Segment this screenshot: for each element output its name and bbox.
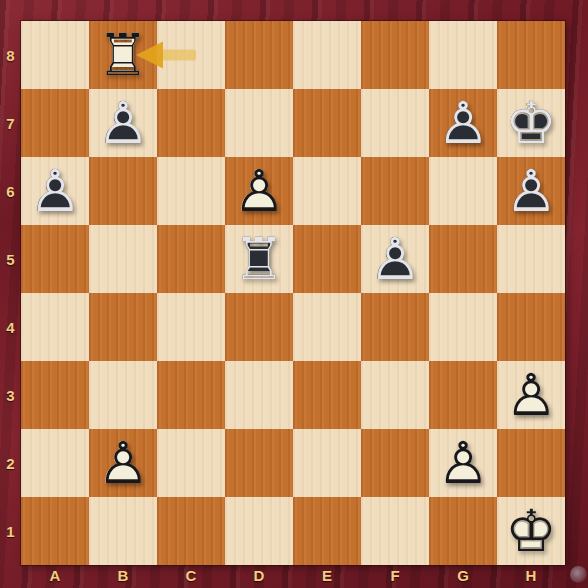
square-f3[interactable] xyxy=(361,361,429,429)
square-f4[interactable] xyxy=(361,293,429,361)
square-e7[interactable] xyxy=(293,89,361,157)
piece-black-rook[interactable]: ♜♖ xyxy=(225,225,293,293)
rank-label-4: 4 xyxy=(0,293,21,361)
white-pawn-glyph-outline: ♙ xyxy=(225,157,293,225)
square-a7[interactable] xyxy=(21,89,89,157)
square-g4[interactable] xyxy=(429,293,497,361)
rank-label-7: 7 xyxy=(0,89,21,157)
square-b8[interactable]: ♜♖ xyxy=(89,21,157,89)
square-d5[interactable]: ♜♖ xyxy=(225,225,293,293)
square-h3[interactable]: ♟♙ xyxy=(497,361,565,429)
piece-white-pawn[interactable]: ♟♙ xyxy=(225,157,293,225)
square-h5[interactable] xyxy=(497,225,565,293)
square-b3[interactable] xyxy=(89,361,157,429)
square-b7[interactable]: ♟♙ xyxy=(89,89,157,157)
square-e6[interactable] xyxy=(293,157,361,225)
square-f1[interactable] xyxy=(361,497,429,565)
square-c2[interactable] xyxy=(157,429,225,497)
rank-label-8: 8 xyxy=(0,21,21,89)
black-pawn-glyph-outline: ♙ xyxy=(429,89,497,157)
piece-black-pawn[interactable]: ♟♙ xyxy=(497,157,565,225)
piece-black-pawn[interactable]: ♟♙ xyxy=(429,89,497,157)
file-label-d: D xyxy=(225,563,293,588)
square-f8[interactable] xyxy=(361,21,429,89)
square-g7[interactable]: ♟♙ xyxy=(429,89,497,157)
square-c1[interactable] xyxy=(157,497,225,565)
file-label-g: G xyxy=(429,563,497,588)
rank-label-1: 1 xyxy=(0,497,21,565)
black-pawn-glyph-outline: ♙ xyxy=(21,157,89,225)
white-king-glyph-outline: ♔ xyxy=(497,497,565,565)
square-e8[interactable] xyxy=(293,21,361,89)
square-f2[interactable] xyxy=(361,429,429,497)
square-d3[interactable] xyxy=(225,361,293,429)
file-label-a: A xyxy=(21,563,89,588)
square-g8[interactable] xyxy=(429,21,497,89)
square-a1[interactable] xyxy=(21,497,89,565)
square-a3[interactable] xyxy=(21,361,89,429)
rank-label-3: 3 xyxy=(0,361,21,429)
square-c4[interactable] xyxy=(157,293,225,361)
square-d8[interactable] xyxy=(225,21,293,89)
square-b1[interactable] xyxy=(89,497,157,565)
rank-label-2: 2 xyxy=(0,429,21,497)
square-g1[interactable] xyxy=(429,497,497,565)
square-f6[interactable] xyxy=(361,157,429,225)
piece-black-king[interactable]: ♚♔ xyxy=(497,89,565,157)
file-label-f: F xyxy=(361,563,429,588)
square-c3[interactable] xyxy=(157,361,225,429)
square-a6[interactable]: ♟♙ xyxy=(21,157,89,225)
rank-label-5: 5 xyxy=(0,225,21,293)
black-pawn-glyph-outline: ♙ xyxy=(497,157,565,225)
piece-black-pawn[interactable]: ♟♙ xyxy=(89,89,157,157)
square-c5[interactable] xyxy=(157,225,225,293)
square-a4[interactable] xyxy=(21,293,89,361)
square-g5[interactable] xyxy=(429,225,497,293)
square-h2[interactable] xyxy=(497,429,565,497)
square-d6[interactable]: ♟♙ xyxy=(225,157,293,225)
square-a5[interactable] xyxy=(21,225,89,293)
square-h7[interactable]: ♚♔ xyxy=(497,89,565,157)
square-c7[interactable] xyxy=(157,89,225,157)
chess-board: ♜♖♟♙♟♙♚♔♟♙♟♙♟♙♜♖♟♙♟♙♟♙♟♙♚♔ xyxy=(21,21,565,565)
square-e3[interactable] xyxy=(293,361,361,429)
black-pawn-glyph-outline: ♙ xyxy=(89,89,157,157)
corner-dot xyxy=(570,566,587,583)
file-label-c: C xyxy=(157,563,225,588)
piece-white-rook[interactable]: ♜♖ xyxy=(89,21,157,89)
square-h1[interactable]: ♚♔ xyxy=(497,497,565,565)
file-label-b: B xyxy=(89,563,157,588)
white-rook-glyph-outline: ♖ xyxy=(89,21,157,89)
square-e2[interactable] xyxy=(293,429,361,497)
square-d2[interactable] xyxy=(225,429,293,497)
black-pawn-glyph-outline: ♙ xyxy=(361,225,429,293)
square-g6[interactable] xyxy=(429,157,497,225)
square-b5[interactable] xyxy=(89,225,157,293)
square-g3[interactable] xyxy=(429,361,497,429)
square-d1[interactable] xyxy=(225,497,293,565)
black-king-glyph-outline: ♔ xyxy=(497,89,565,157)
square-c6[interactable] xyxy=(157,157,225,225)
square-f5[interactable]: ♟♙ xyxy=(361,225,429,293)
square-h8[interactable] xyxy=(497,21,565,89)
square-a8[interactable] xyxy=(21,21,89,89)
file-label-h: H xyxy=(497,563,565,588)
piece-white-pawn[interactable]: ♟♙ xyxy=(497,361,565,429)
square-d7[interactable] xyxy=(225,89,293,157)
piece-white-pawn[interactable]: ♟♙ xyxy=(429,429,497,497)
square-d4[interactable] xyxy=(225,293,293,361)
square-b2[interactable]: ♟♙ xyxy=(89,429,157,497)
black-rook-glyph-outline: ♖ xyxy=(225,225,293,293)
square-b6[interactable] xyxy=(89,157,157,225)
square-e1[interactable] xyxy=(293,497,361,565)
file-label-e: E xyxy=(293,563,361,588)
square-e5[interactable] xyxy=(293,225,361,293)
piece-black-pawn[interactable]: ♟♙ xyxy=(361,225,429,293)
square-g2[interactable]: ♟♙ xyxy=(429,429,497,497)
square-e4[interactable] xyxy=(293,293,361,361)
piece-white-king[interactable]: ♚♔ xyxy=(497,497,565,565)
white-pawn-glyph-outline: ♙ xyxy=(497,361,565,429)
square-b4[interactable] xyxy=(89,293,157,361)
square-c8[interactable] xyxy=(157,21,225,89)
square-h6[interactable]: ♟♙ xyxy=(497,157,565,225)
square-h4[interactable] xyxy=(497,293,565,361)
piece-black-pawn[interactable]: ♟♙ xyxy=(21,157,89,225)
rank-label-6: 6 xyxy=(0,157,21,225)
square-f7[interactable] xyxy=(361,89,429,157)
white-pawn-glyph-outline: ♙ xyxy=(429,429,497,497)
piece-white-pawn[interactable]: ♟♙ xyxy=(89,429,157,497)
white-pawn-glyph-outline: ♙ xyxy=(89,429,157,497)
square-a2[interactable] xyxy=(21,429,89,497)
